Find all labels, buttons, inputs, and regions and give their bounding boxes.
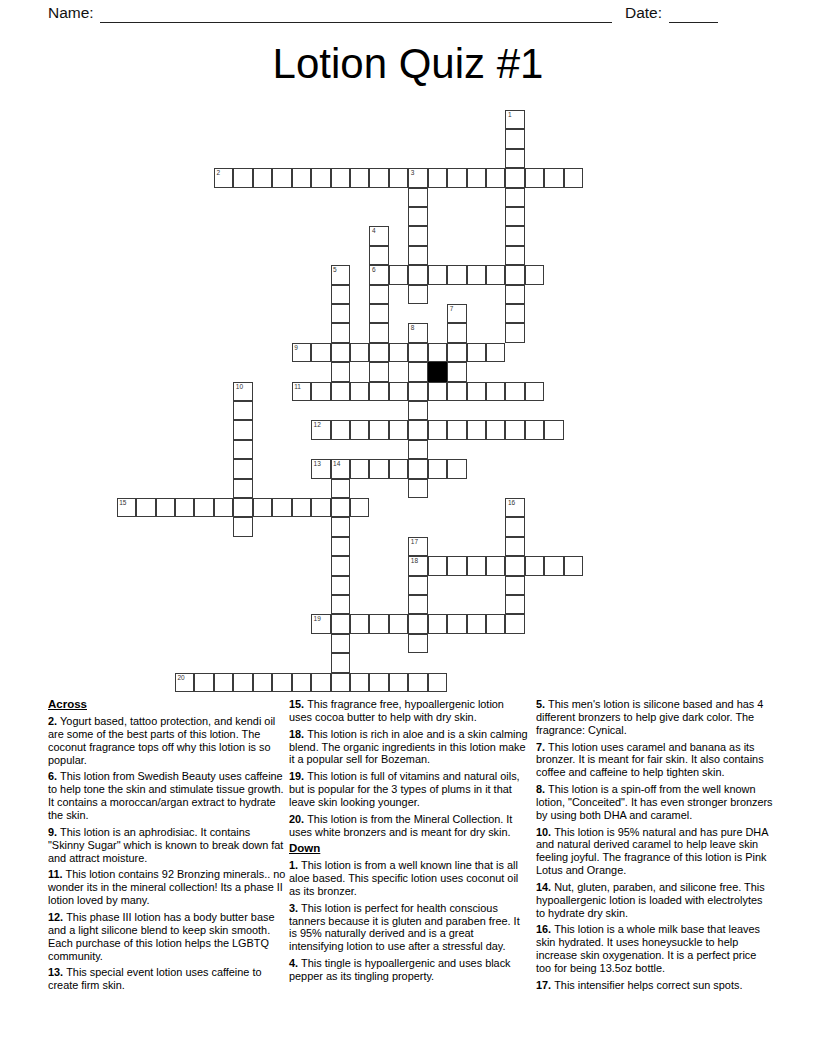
grid-cell[interactable] bbox=[331, 498, 350, 517]
grid-cell[interactable] bbox=[331, 614, 350, 633]
black-cell bbox=[428, 362, 447, 381]
grid-cell[interactable]: 8 bbox=[408, 323, 427, 342]
grid-cell[interactable] bbox=[389, 382, 408, 401]
grid-cell[interactable] bbox=[233, 517, 252, 536]
across-clue-2: 2. Yogurt based, tattoo protection, and … bbox=[48, 715, 286, 767]
grid-cell[interactable] bbox=[408, 207, 427, 226]
cell-number: 9 bbox=[294, 344, 298, 351]
clue-number: 10. bbox=[536, 826, 554, 838]
clue-column-1: Across2. Yogurt based, tattoo protection… bbox=[48, 698, 286, 996]
date-label: Date: bbox=[625, 4, 662, 22]
across-clue-11: 11. This lotion contains 92 Bronzing min… bbox=[48, 868, 286, 907]
grid-cell[interactable] bbox=[428, 673, 447, 692]
grid-cell[interactable] bbox=[544, 168, 563, 187]
grid-cell[interactable] bbox=[467, 420, 486, 439]
grid-cell[interactable] bbox=[408, 673, 427, 692]
cell-number: 18 bbox=[411, 557, 418, 564]
grid-cell[interactable] bbox=[505, 517, 524, 536]
cell-number: 8 bbox=[411, 324, 415, 331]
cell-number: 19 bbox=[314, 615, 321, 622]
grid-cell[interactable] bbox=[544, 556, 563, 575]
grid-cell[interactable]: 6 bbox=[369, 265, 388, 284]
cell-number: 1 bbox=[508, 111, 512, 118]
grid-cell[interactable] bbox=[331, 323, 350, 342]
grid-cell[interactable]: 7 bbox=[447, 304, 466, 323]
grid-cell[interactable] bbox=[233, 459, 252, 478]
across-clue-15: 15. This fragrance free, hypoallergenic … bbox=[289, 698, 529, 724]
cell-number: 13 bbox=[314, 460, 321, 467]
grid-cell[interactable] bbox=[447, 362, 466, 381]
grid-cell[interactable] bbox=[369, 673, 388, 692]
grid-cell[interactable] bbox=[505, 595, 524, 614]
grid-cell[interactable] bbox=[233, 673, 252, 692]
grid-cell[interactable] bbox=[331, 479, 350, 498]
grid-cell[interactable] bbox=[525, 382, 544, 401]
clue-number: 18. bbox=[289, 728, 307, 740]
down-clue-16: 16. This lotion is a whole milk base tha… bbox=[536, 923, 774, 975]
grid-cell[interactable] bbox=[408, 479, 427, 498]
grid-cell[interactable] bbox=[350, 673, 369, 692]
date-blank-line[interactable] bbox=[669, 22, 718, 23]
grid-cell[interactable]: 2 bbox=[214, 168, 233, 187]
grid-cell[interactable]: 13 bbox=[311, 459, 330, 478]
grid-cell[interactable]: 19 bbox=[311, 614, 330, 633]
grid-cell[interactable] bbox=[505, 265, 524, 284]
grid-cell[interactable] bbox=[505, 246, 524, 265]
grid-cell[interactable] bbox=[408, 595, 427, 614]
grid-cell[interactable] bbox=[331, 343, 350, 362]
grid-cell[interactable] bbox=[408, 401, 427, 420]
grid-cell[interactable] bbox=[350, 420, 369, 439]
cell-number: 12 bbox=[314, 421, 321, 428]
down-clue-8: 8. This lotion is a spin-off from the we… bbox=[536, 783, 774, 822]
grid-cell[interactable] bbox=[447, 556, 466, 575]
clue-number: 5. bbox=[536, 698, 548, 710]
down-clue-1: 1. This lotion is from a well known line… bbox=[289, 859, 529, 898]
grid-cell[interactable] bbox=[428, 614, 447, 633]
grid-cell[interactable] bbox=[331, 634, 350, 653]
grid-cell[interactable] bbox=[505, 168, 524, 187]
clue-number: 15. bbox=[289, 698, 307, 710]
grid-cell[interactable] bbox=[486, 614, 505, 633]
grid-cell[interactable] bbox=[292, 498, 311, 517]
down-clue-10: 10. This lotion is 95% natural and has p… bbox=[536, 826, 774, 878]
cell-number: 6 bbox=[372, 266, 376, 273]
grid-cell[interactable] bbox=[564, 168, 583, 187]
grid-cell[interactable] bbox=[331, 576, 350, 595]
grid-cell[interactable] bbox=[428, 168, 447, 187]
cell-number: 4 bbox=[372, 227, 376, 234]
grid-cell[interactable] bbox=[447, 323, 466, 342]
grid-cell[interactable] bbox=[272, 498, 291, 517]
grid-cell[interactable] bbox=[505, 420, 524, 439]
grid-cell[interactable] bbox=[136, 498, 155, 517]
grid-cell[interactable] bbox=[564, 556, 583, 575]
grid-cell[interactable] bbox=[389, 673, 408, 692]
grid-cell[interactable] bbox=[428, 556, 447, 575]
grid-cell[interactable]: 18 bbox=[408, 556, 427, 575]
grid-cell[interactable] bbox=[486, 265, 505, 284]
across-heading: Across bbox=[48, 698, 286, 711]
clue-number: 9. bbox=[48, 826, 60, 838]
grid-cell[interactable] bbox=[486, 420, 505, 439]
clue-number: 7. bbox=[536, 741, 548, 753]
clue-number: 1. bbox=[289, 859, 301, 871]
grid-cell[interactable] bbox=[369, 459, 388, 478]
grid-cell[interactable] bbox=[253, 673, 272, 692]
grid-cell[interactable] bbox=[350, 343, 369, 362]
down-clue-5: 5. This men's lotion is silicone based a… bbox=[536, 698, 774, 737]
grid-cell[interactable] bbox=[253, 498, 272, 517]
grid-cell[interactable] bbox=[233, 498, 252, 517]
grid-cell[interactable] bbox=[369, 285, 388, 304]
grid-cell[interactable] bbox=[428, 420, 447, 439]
grid-cell[interactable] bbox=[447, 343, 466, 362]
grid-cell[interactable] bbox=[428, 382, 447, 401]
grid-cell[interactable] bbox=[408, 440, 427, 459]
grid-cell[interactable] bbox=[408, 226, 427, 245]
cell-number: 20 bbox=[178, 674, 185, 681]
grid-cell[interactable] bbox=[447, 382, 466, 401]
grid-cell[interactable] bbox=[311, 343, 330, 362]
grid-cell[interactable] bbox=[369, 304, 388, 323]
grid-cell[interactable] bbox=[505, 576, 524, 595]
grid-cell[interactable] bbox=[331, 595, 350, 614]
grid-cell[interactable] bbox=[505, 149, 524, 168]
grid-cell[interactable]: 11 bbox=[292, 382, 311, 401]
grid-cell[interactable]: 10 bbox=[233, 382, 252, 401]
grid-cell[interactable] bbox=[369, 420, 388, 439]
down-clue-3: 3. This lotion is perfect for health con… bbox=[289, 902, 529, 954]
across-clue-12: 12. This phase III lotion has a body but… bbox=[48, 911, 286, 963]
grid-cell[interactable] bbox=[350, 382, 369, 401]
grid-cell[interactable] bbox=[408, 420, 427, 439]
grid-cell[interactable] bbox=[408, 634, 427, 653]
across-clue-18: 18. This lotion is rich in aloe and is a… bbox=[289, 728, 529, 767]
grid-cell[interactable] bbox=[350, 459, 369, 478]
grid-cell[interactable] bbox=[505, 207, 524, 226]
clue-number: 11. bbox=[48, 868, 66, 880]
grid-cell[interactable] bbox=[389, 343, 408, 362]
grid-cell[interactable] bbox=[233, 401, 252, 420]
grid-cell[interactable] bbox=[447, 265, 466, 284]
clue-number: 8. bbox=[536, 783, 548, 795]
grid-cell[interactable] bbox=[467, 614, 486, 633]
grid-cell[interactable] bbox=[214, 498, 233, 517]
grid-cell[interactable] bbox=[505, 382, 524, 401]
clue-number: 14. bbox=[536, 881, 554, 893]
across-clue-6: 6. This lotion from Swedish Beauty uses … bbox=[48, 770, 286, 822]
grid-cell[interactable] bbox=[272, 168, 291, 187]
name-label: Name: bbox=[48, 4, 94, 22]
clue-number: 4. bbox=[289, 957, 301, 969]
grid-cell[interactable] bbox=[214, 673, 233, 692]
clue-number: 13. bbox=[48, 966, 66, 978]
grid-cell[interactable] bbox=[505, 304, 524, 323]
grid-cell[interactable] bbox=[428, 459, 447, 478]
grid-cell[interactable] bbox=[233, 440, 252, 459]
cell-number: 11 bbox=[294, 383, 301, 390]
grid-cell[interactable] bbox=[175, 498, 194, 517]
down-clue-4: 4. This tingle is hypoallergenic and use… bbox=[289, 957, 529, 983]
grid-cell[interactable]: 20 bbox=[175, 673, 194, 692]
clue-column-2: 15. This fragrance free, hypoallergenic … bbox=[289, 698, 529, 987]
grid-cell[interactable] bbox=[369, 168, 388, 187]
grid-cell[interactable] bbox=[486, 343, 505, 362]
grid-cell[interactable] bbox=[486, 556, 505, 575]
grid-cell[interactable] bbox=[194, 673, 213, 692]
clue-number: 16. bbox=[536, 923, 554, 935]
grid-cell[interactable] bbox=[331, 673, 350, 692]
grid-cell[interactable] bbox=[447, 459, 466, 478]
cell-number: 14 bbox=[333, 460, 340, 467]
grid-cell[interactable] bbox=[505, 556, 524, 575]
cell-number: 10 bbox=[236, 383, 243, 390]
grid-cell[interactable] bbox=[350, 498, 369, 517]
grid-cell[interactable] bbox=[331, 517, 350, 536]
crossword-grid: 1234567891011121314151617181920 bbox=[117, 110, 584, 692]
grid-cell[interactable] bbox=[408, 285, 427, 304]
grid-cell[interactable] bbox=[311, 673, 330, 692]
page-title: Lotion Quiz #1 bbox=[0, 40, 816, 88]
down-clue-17: 17. This intensifier helps correct sun s… bbox=[536, 979, 774, 992]
grid-cell[interactable]: 17 bbox=[408, 537, 427, 556]
cell-number: 15 bbox=[119, 499, 126, 506]
across-clue-9: 9. This lotion is an aphrodisiac. It con… bbox=[48, 826, 286, 865]
grid-cell[interactable]: 4 bbox=[369, 226, 388, 245]
grid-cell[interactable] bbox=[331, 362, 350, 381]
clue-column-3: 5. This men's lotion is silicone based a… bbox=[536, 698, 774, 996]
grid-cell[interactable] bbox=[486, 168, 505, 187]
clue-number: 12. bbox=[48, 911, 66, 923]
grid-cell[interactable] bbox=[156, 498, 175, 517]
name-blank-line[interactable] bbox=[100, 22, 612, 23]
grid-cell[interactable] bbox=[350, 168, 369, 187]
grid-cell[interactable] bbox=[505, 537, 524, 556]
grid-cell[interactable] bbox=[467, 265, 486, 284]
grid-cell[interactable] bbox=[467, 343, 486, 362]
grid-cell[interactable] bbox=[467, 556, 486, 575]
clue-number: 2. bbox=[48, 715, 60, 727]
grid-cell[interactable] bbox=[389, 459, 408, 478]
grid-cell[interactable] bbox=[389, 168, 408, 187]
grid-cell[interactable] bbox=[525, 265, 544, 284]
down-clue-7: 7. This lotion uses caramel and banana a… bbox=[536, 741, 774, 780]
cell-number: 2 bbox=[216, 169, 220, 176]
down-heading: Down bbox=[289, 842, 529, 855]
grid-cell[interactable] bbox=[408, 265, 427, 284]
clue-number: 20. bbox=[289, 813, 307, 825]
grid-cell[interactable] bbox=[331, 168, 350, 187]
grid-cell[interactable] bbox=[525, 420, 544, 439]
grid-cell[interactable] bbox=[447, 168, 466, 187]
grid-cell[interactable] bbox=[505, 323, 524, 342]
grid-cell[interactable] bbox=[233, 168, 252, 187]
grid-cell[interactable] bbox=[331, 537, 350, 556]
across-clue-20: 20. This lotion is from the Mineral Coll… bbox=[289, 813, 529, 839]
grid-cell[interactable] bbox=[369, 323, 388, 342]
grid-cell[interactable] bbox=[272, 673, 291, 692]
grid-cell[interactable] bbox=[369, 614, 388, 633]
down-clue-14: 14. Nut, gluten, paraben, and silicone f… bbox=[536, 881, 774, 920]
cell-number: 5 bbox=[333, 266, 337, 273]
grid-cell[interactable] bbox=[233, 420, 252, 439]
grid-cell[interactable] bbox=[408, 614, 427, 633]
across-clue-19: 19. This lotion is full of vitamins and … bbox=[289, 770, 529, 809]
grid-cell[interactable] bbox=[544, 420, 563, 439]
worksheet-page: { "header": { "name_label": "Name:", "da… bbox=[0, 0, 816, 1056]
grid-cell[interactable] bbox=[389, 265, 408, 284]
clue-number: 3. bbox=[289, 902, 301, 914]
grid-cell[interactable] bbox=[408, 246, 427, 265]
grid-cell[interactable] bbox=[369, 246, 388, 265]
grid-cell[interactable] bbox=[292, 168, 311, 187]
grid-cell[interactable]: 16 bbox=[505, 498, 524, 517]
cell-number: 16 bbox=[508, 499, 515, 506]
grid-cell[interactable] bbox=[292, 673, 311, 692]
grid-cell[interactable]: 12 bbox=[311, 420, 330, 439]
grid-cell[interactable] bbox=[194, 498, 213, 517]
grid-cell[interactable]: 1 bbox=[505, 110, 524, 129]
grid-cell[interactable] bbox=[331, 556, 350, 575]
grid-cell[interactable] bbox=[505, 226, 524, 245]
across-clue-13: 13. This special event lotion uses caffe… bbox=[48, 966, 286, 992]
grid-cell[interactable] bbox=[389, 614, 408, 633]
grid-cell[interactable] bbox=[408, 188, 427, 207]
cell-number: 17 bbox=[411, 538, 418, 545]
grid-cell[interactable] bbox=[428, 265, 447, 284]
clue-number: 19. bbox=[289, 770, 307, 782]
grid-cell[interactable] bbox=[447, 614, 466, 633]
grid-cell[interactable] bbox=[331, 304, 350, 323]
grid-cell[interactable] bbox=[428, 343, 447, 362]
grid-cell[interactable]: 9 bbox=[292, 343, 311, 362]
grid-cell[interactable] bbox=[369, 343, 388, 362]
grid-cell[interactable] bbox=[389, 420, 408, 439]
grid-cell[interactable] bbox=[331, 285, 350, 304]
grid-cell[interactable] bbox=[311, 168, 330, 187]
clue-number: 6. bbox=[48, 770, 60, 782]
grid-cell[interactable]: 3 bbox=[408, 168, 427, 187]
grid-cell[interactable] bbox=[311, 382, 330, 401]
grid-cell[interactable] bbox=[525, 556, 544, 575]
cell-number: 7 bbox=[450, 305, 454, 312]
grid-cell[interactable] bbox=[486, 382, 505, 401]
grid-cell[interactable] bbox=[505, 129, 524, 148]
grid-cell[interactable] bbox=[447, 420, 466, 439]
grid-cell[interactable] bbox=[311, 498, 330, 517]
grid-cell[interactable] bbox=[350, 614, 369, 633]
grid-cell[interactable]: 15 bbox=[117, 498, 136, 517]
grid-cell[interactable] bbox=[408, 343, 427, 362]
grid-cell[interactable] bbox=[505, 614, 524, 633]
grid-cell[interactable] bbox=[467, 168, 486, 187]
grid-cell[interactable]: 14 bbox=[331, 459, 350, 478]
grid-cell[interactable] bbox=[525, 168, 544, 187]
grid-cell[interactable] bbox=[331, 382, 350, 401]
clue-number: 17. bbox=[536, 979, 554, 991]
grid-cell[interactable] bbox=[408, 362, 427, 381]
grid-cell[interactable]: 5 bbox=[331, 265, 350, 284]
grid-cell[interactable] bbox=[505, 188, 524, 207]
cell-number: 3 bbox=[411, 169, 415, 176]
grid-cell[interactable] bbox=[369, 362, 388, 381]
grid-cell[interactable] bbox=[233, 479, 252, 498]
grid-cell[interactable] bbox=[408, 459, 427, 478]
grid-cell[interactable] bbox=[408, 576, 427, 595]
grid-cell[interactable] bbox=[331, 653, 350, 672]
grid-cell[interactable] bbox=[408, 382, 427, 401]
grid-cell[interactable] bbox=[331, 420, 350, 439]
grid-cell[interactable] bbox=[253, 168, 272, 187]
grid-cell[interactable] bbox=[505, 285, 524, 304]
grid-cell[interactable] bbox=[467, 382, 486, 401]
grid-cell[interactable] bbox=[369, 382, 388, 401]
